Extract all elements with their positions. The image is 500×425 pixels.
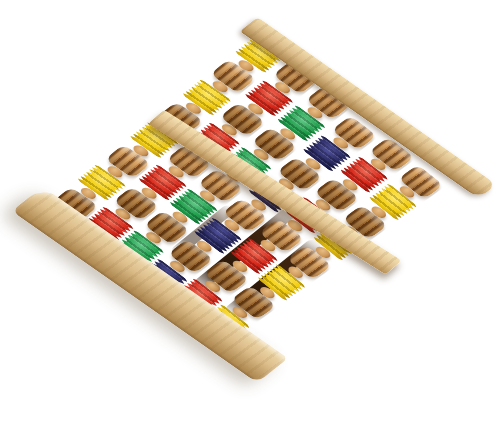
foot-massager-device xyxy=(23,24,487,375)
product-photo-stage xyxy=(0,0,500,425)
roller-rows xyxy=(23,24,487,375)
